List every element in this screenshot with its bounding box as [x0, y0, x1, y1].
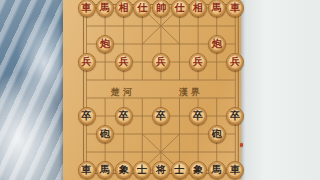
background-right-strip [241, 0, 320, 180]
piece-black-卒[interactable]: 卒 [78, 107, 96, 125]
piece-red-兵[interactable]: 兵 [78, 53, 96, 71]
cursor-dot [240, 143, 243, 147]
piece-black-士[interactable]: 士 [171, 161, 189, 179]
background-mountain-image [0, 0, 63, 180]
piece-black-砲[interactable]: 砲 [208, 125, 226, 143]
piece-black-卒[interactable]: 卒 [152, 107, 170, 125]
piece-red-炮[interactable]: 炮 [208, 35, 226, 53]
piece-red-兵[interactable]: 兵 [152, 53, 170, 71]
board-grid [63, 0, 241, 180]
piece-black-象[interactable]: 象 [115, 161, 133, 179]
screenshot: 楚河 漢界 車馬相仕帥仕相馬車炮炮兵兵兵兵兵卒卒卒卒砲卒砲車馬象士将士象馬車 [0, 0, 320, 180]
piece-red-車[interactable]: 車 [78, 0, 96, 17]
piece-black-車[interactable]: 車 [78, 161, 96, 179]
piece-red-馬[interactable]: 馬 [208, 0, 226, 17]
piece-red-相[interactable]: 相 [115, 0, 133, 17]
piece-black-卒[interactable]: 卒 [115, 107, 133, 125]
piece-black-馬[interactable]: 馬 [96, 161, 114, 179]
xiangqi-board[interactable]: 楚河 漢界 車馬相仕帥仕相馬車炮炮兵兵兵兵兵卒卒卒卒砲卒砲車馬象士将士象馬車 [63, 0, 241, 180]
piece-black-卒[interactable]: 卒 [189, 107, 207, 125]
piece-red-帥[interactable]: 帥 [152, 0, 170, 17]
piece-red-仕[interactable]: 仕 [171, 0, 189, 17]
piece-black-将[interactable]: 将 [152, 161, 170, 179]
piece-red-兵[interactable]: 兵 [115, 53, 133, 71]
piece-black-馬[interactable]: 馬 [208, 161, 226, 179]
piece-red-兵[interactable]: 兵 [189, 53, 207, 71]
river-label-chu-he: 楚河 [111, 85, 135, 99]
piece-black-象[interactable]: 象 [189, 161, 207, 179]
piece-black-砲[interactable]: 砲 [96, 125, 114, 143]
piece-red-炮[interactable]: 炮 [96, 35, 114, 53]
river-label-han-jie: 漢界 [179, 85, 203, 99]
